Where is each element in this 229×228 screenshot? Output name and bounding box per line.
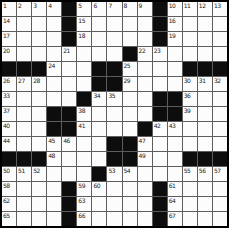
cell-r10c15[interactable]: [213, 137, 227, 151]
cell-r7c13[interactable]: 36: [183, 92, 197, 106]
cell-r3c10[interactable]: [138, 32, 152, 46]
cell-r2c2[interactable]: [17, 17, 31, 31]
clue-number: 26: [3, 77, 10, 84]
cell-r1c3[interactable]: 3: [32, 2, 46, 16]
cell-r3c12[interactable]: 19: [168, 32, 182, 46]
black-cell-r5c8: [107, 62, 121, 76]
cell-r10c1[interactable]: 44: [2, 137, 16, 151]
cell-r4c7[interactable]: [92, 47, 106, 61]
cell-r1c13[interactable]: 11: [183, 2, 197, 16]
cell-r13c10[interactable]: [138, 182, 152, 196]
cell-r14c12[interactable]: 64: [168, 197, 182, 211]
cell-r15c7[interactable]: [92, 212, 106, 226]
cell-r13c2[interactable]: [17, 182, 31, 196]
cell-r10c11[interactable]: [153, 137, 167, 151]
cell-r13c8[interactable]: [107, 182, 121, 196]
cell-r2c7[interactable]: [92, 17, 106, 31]
black-cell-r11c15: [213, 152, 227, 166]
clue-number: 24: [48, 62, 55, 69]
cell-r4c10[interactable]: 22: [138, 47, 152, 61]
cell-r2c9[interactable]: [123, 17, 137, 31]
clue-number: 21: [63, 47, 70, 54]
cell-r14c15[interactable]: [213, 197, 227, 211]
cell-r7c10[interactable]: [138, 92, 152, 106]
cell-r13c7[interactable]: 60: [92, 182, 106, 196]
clue-number: 18: [78, 32, 85, 39]
cell-r10c13[interactable]: [183, 137, 197, 151]
clue-number: 37: [3, 107, 10, 114]
clue-number: 65: [3, 212, 10, 219]
cell-r13c4[interactable]: [47, 182, 61, 196]
clue-number: 39: [184, 107, 191, 114]
cell-r14c6[interactable]: 63: [77, 197, 91, 211]
cell-r1c8[interactable]: 7: [107, 2, 121, 16]
cell-r6c9[interactable]: 29: [123, 77, 137, 91]
clue-number: 30: [184, 77, 191, 84]
cell-r14c7[interactable]: [92, 197, 106, 211]
cell-r14c14[interactable]: [198, 197, 212, 211]
black-cell-r6c7: [92, 77, 106, 91]
black-cell-r9c5: [62, 122, 76, 136]
cell-r13c13[interactable]: [183, 182, 197, 196]
black-cell-r8c11: [153, 107, 167, 121]
black-cell-r15c5: [62, 212, 76, 226]
cell-r7c3[interactable]: [32, 92, 46, 106]
cell-r12c2[interactable]: 51: [17, 167, 31, 181]
cell-r6c14[interactable]: 31: [198, 77, 212, 91]
cell-r3c13[interactable]: [183, 32, 197, 46]
cell-r9c14[interactable]: [198, 122, 212, 136]
cell-r4c12[interactable]: [168, 47, 182, 61]
cell-r15c14[interactable]: [198, 212, 212, 226]
clue-number: 54: [124, 167, 131, 174]
clue-number: 29: [124, 77, 131, 84]
clue-number: 57: [214, 167, 221, 174]
clue-number: 32: [214, 77, 221, 84]
cell-r9c2[interactable]: [17, 122, 31, 136]
cell-r11c7[interactable]: [92, 152, 106, 166]
cell-r3c7[interactable]: [92, 32, 106, 46]
black-cell-r3c5: [62, 32, 76, 46]
clue-number: 9: [139, 2, 142, 9]
cell-r14c9[interactable]: [123, 197, 137, 211]
cell-r5c5[interactable]: [62, 62, 76, 76]
clue-number: 67: [169, 212, 176, 219]
black-cell-r3c11: [153, 32, 167, 46]
black-cell-r4c9: [123, 47, 137, 61]
clue-number: 23: [154, 47, 161, 54]
cell-r8c10[interactable]: [138, 107, 152, 121]
cell-r12c6[interactable]: [77, 167, 91, 181]
cell-r3c1[interactable]: 17: [2, 32, 16, 46]
black-cell-r11c9: [123, 152, 137, 166]
cell-r9c8[interactable]: [107, 122, 121, 136]
cell-r12c12[interactable]: [168, 167, 182, 181]
clue-number: 17: [3, 32, 10, 39]
black-cell-r13c5: [62, 182, 76, 196]
black-cell-r5c15: [213, 62, 227, 76]
cell-r10c2[interactable]: [17, 137, 31, 151]
black-cell-r13c11: [153, 182, 167, 196]
clue-number: 42: [154, 122, 161, 129]
clue-number: 41: [78, 122, 85, 129]
clue-number: 62: [3, 197, 10, 204]
cell-r2c1[interactable]: 14: [2, 17, 16, 31]
cell-r14c3[interactable]: [32, 197, 46, 211]
cell-r2c6[interactable]: 15: [77, 17, 91, 31]
cell-r10c10[interactable]: 47: [138, 137, 152, 151]
black-cell-r1c11: [153, 2, 167, 16]
cell-r6c4[interactable]: [47, 77, 61, 91]
cell-r1c7[interactable]: 6: [92, 2, 106, 16]
cell-r13c1[interactable]: 58: [2, 182, 16, 196]
cell-r3c3[interactable]: [32, 32, 46, 46]
cell-r12c1[interactable]: 50: [2, 167, 16, 181]
cell-r2c13[interactable]: [183, 17, 197, 31]
cell-r7c1[interactable]: 33: [2, 92, 16, 106]
black-cell-r6c8: [107, 77, 121, 91]
cell-r6c13[interactable]: 30: [183, 77, 197, 91]
clue-number: 56: [199, 167, 206, 174]
cell-r2c15[interactable]: [213, 17, 227, 31]
cell-r4c8[interactable]: [107, 47, 121, 61]
cell-r15c12[interactable]: 67: [168, 212, 182, 226]
cell-r7c15[interactable]: [213, 92, 227, 106]
cell-r5c9[interactable]: 25: [123, 62, 137, 76]
cell-r11c10[interactable]: 49: [138, 152, 152, 166]
cell-r8c6[interactable]: 38: [77, 107, 91, 121]
clue-number: 22: [139, 47, 146, 54]
cell-r9c11[interactable]: 42: [153, 122, 167, 136]
black-cell-r11c13: [183, 152, 197, 166]
cell-r15c2[interactable]: [17, 212, 31, 226]
cell-r8c3[interactable]: [32, 107, 46, 121]
clue-number: 43: [169, 122, 176, 129]
clue-number: 1: [3, 2, 6, 9]
cell-r3c4[interactable]: [47, 32, 61, 46]
black-cell-r12c7: [92, 167, 106, 181]
clue-number: 2: [18, 2, 21, 9]
cell-r9c7[interactable]: [92, 122, 106, 136]
cell-r3c15[interactable]: [213, 32, 227, 46]
cell-r15c13[interactable]: [183, 212, 197, 226]
cell-r4c13[interactable]: [183, 47, 197, 61]
clue-number: 15: [78, 17, 85, 24]
black-cell-r15c11: [153, 212, 167, 226]
clue-number: 63: [78, 197, 85, 204]
black-cell-r7c11: [153, 92, 167, 106]
cell-r8c8[interactable]: [107, 107, 121, 121]
clue-number: 6: [93, 2, 96, 9]
cell-r6c1[interactable]: 26: [2, 77, 16, 91]
cell-r9c1[interactable]: 40: [2, 122, 16, 136]
cell-r7c4[interactable]: [47, 92, 61, 106]
clue-number: 48: [48, 152, 55, 159]
cell-r3c14[interactable]: [198, 32, 212, 46]
cell-r5c11[interactable]: [153, 62, 167, 76]
cell-r1c10[interactable]: 9: [138, 2, 152, 16]
clue-number: 10: [169, 2, 176, 9]
cell-r12c5[interactable]: [62, 167, 76, 181]
clue-number: 27: [18, 77, 25, 84]
cell-r1c6[interactable]: 5: [77, 2, 91, 16]
black-cell-r11c3: [32, 152, 46, 166]
cell-r4c1[interactable]: 20: [2, 47, 16, 61]
cell-r2c4[interactable]: [47, 17, 61, 31]
cell-r15c8[interactable]: [107, 212, 121, 226]
black-cell-r11c2: [17, 152, 31, 166]
cell-r3c2[interactable]: [17, 32, 31, 46]
black-cell-r2c11: [153, 17, 167, 31]
cell-r15c1[interactable]: 65: [2, 212, 16, 226]
cell-r10c12[interactable]: [168, 137, 182, 151]
clue-number: 38: [78, 107, 85, 114]
clue-number: 40: [3, 122, 10, 129]
cell-r1c14[interactable]: 12: [198, 2, 212, 16]
cell-r3c8[interactable]: [107, 32, 121, 46]
cell-r14c2[interactable]: [17, 197, 31, 211]
cell-r1c9[interactable]: 8: [123, 2, 137, 16]
cell-r1c1[interactable]: 1: [2, 2, 16, 16]
black-cell-r5c1: [2, 62, 16, 76]
black-cell-r5c3: [32, 62, 46, 76]
cell-r15c10[interactable]: [138, 212, 152, 226]
cell-r8c15[interactable]: [213, 107, 227, 121]
clue-number: 36: [184, 92, 191, 99]
cell-r7c5[interactable]: [62, 92, 76, 106]
cell-r1c12[interactable]: 10: [168, 2, 182, 16]
cell-r9c15[interactable]: [213, 122, 227, 136]
cell-r13c15[interactable]: [213, 182, 227, 196]
clue-number: 53: [108, 167, 115, 174]
cell-r6c6[interactable]: [77, 77, 91, 91]
cell-r2c3[interactable]: [32, 17, 46, 31]
black-cell-r5c2: [17, 62, 31, 76]
cell-r1c2[interactable]: 2: [17, 2, 31, 16]
black-cell-r1c5: [62, 2, 76, 16]
cell-r15c3[interactable]: [32, 212, 46, 226]
clue-number: 20: [3, 47, 10, 54]
cell-r7c7[interactable]: 34: [92, 92, 106, 106]
cell-r12c9[interactable]: 54: [123, 167, 137, 181]
cell-r8c13[interactable]: 39: [183, 107, 197, 121]
cell-r8c14[interactable]: [198, 107, 212, 121]
cell-r7c8[interactable]: 35: [107, 92, 121, 106]
clue-number: 28: [33, 77, 40, 84]
cell-r15c9[interactable]: [123, 212, 137, 226]
black-cell-r8c12: [168, 107, 182, 121]
clue-number: 60: [93, 182, 100, 189]
clue-number: 19: [169, 32, 176, 39]
cell-r4c14[interactable]: [198, 47, 212, 61]
clue-number: 4: [48, 2, 51, 9]
cell-r14c1[interactable]: 62: [2, 197, 16, 211]
cell-r10c4[interactable]: 45: [47, 137, 61, 151]
cell-r8c7[interactable]: [92, 107, 106, 121]
cell-r10c6[interactable]: [77, 137, 91, 151]
cell-r4c11[interactable]: 23: [153, 47, 167, 61]
cell-r8c1[interactable]: 37: [2, 107, 16, 121]
clue-number: 16: [169, 17, 176, 24]
black-cell-r5c7: [92, 62, 106, 76]
clue-number: 25: [124, 62, 131, 69]
cell-r7c14[interactable]: [198, 92, 212, 106]
cell-r9c3[interactable]: [32, 122, 46, 136]
clue-number: 7: [108, 2, 111, 9]
clue-number: 47: [139, 137, 146, 144]
cell-r9c13[interactable]: [183, 122, 197, 136]
black-cell-r9c4: [47, 122, 61, 136]
clue-number: 35: [108, 92, 115, 99]
cell-r15c15[interactable]: [213, 212, 227, 226]
cell-r4c3[interactable]: [32, 47, 46, 61]
cell-r11c12[interactable]: [168, 152, 182, 166]
cell-r4c4[interactable]: [47, 47, 61, 61]
black-cell-r14c5: [62, 197, 76, 211]
cell-r5c12[interactable]: [168, 62, 182, 76]
cell-r4c15[interactable]: [213, 47, 227, 61]
black-cell-r5c13: [183, 62, 197, 76]
black-cell-r7c6: [77, 92, 91, 106]
black-cell-r11c8: [107, 152, 121, 166]
clue-number: 64: [169, 197, 176, 204]
cell-r7c2[interactable]: [17, 92, 31, 106]
clue-number: 55: [184, 167, 191, 174]
cell-r2c10[interactable]: [138, 17, 152, 31]
cell-r6c12[interactable]: [168, 77, 182, 91]
clue-number: 49: [139, 152, 146, 159]
clue-number: 3: [33, 2, 36, 9]
clue-number: 34: [93, 92, 100, 99]
clue-number: 44: [3, 137, 10, 144]
cell-r9c9[interactable]: [123, 122, 137, 136]
black-cell-r2c5: [62, 17, 76, 31]
clue-number: 61: [169, 182, 176, 189]
cell-r5c6[interactable]: [77, 62, 91, 76]
cell-r9c12[interactable]: 43: [168, 122, 182, 136]
cell-r11c11[interactable]: [153, 152, 167, 166]
black-cell-r7c12: [168, 92, 182, 106]
cell-r12c3[interactable]: 52: [32, 167, 46, 181]
cell-r14c4[interactable]: [47, 197, 61, 211]
cell-r12c15[interactable]: 57: [213, 167, 227, 181]
cell-r14c13[interactable]: [183, 197, 197, 211]
clue-number: 45: [48, 137, 55, 144]
clue-number: 14: [3, 17, 10, 24]
clue-number: 52: [33, 167, 40, 174]
cell-r2c8[interactable]: [107, 17, 121, 31]
cell-r6c15[interactable]: 32: [213, 77, 227, 91]
black-cell-r14c11: [153, 197, 167, 211]
clue-number: 46: [63, 137, 70, 144]
cell-r11c6[interactable]: [77, 152, 91, 166]
black-cell-r5c14: [198, 62, 212, 76]
cell-r10c7[interactable]: [92, 137, 106, 151]
cell-r2c14[interactable]: [198, 17, 212, 31]
cell-r8c2[interactable]: [17, 107, 31, 121]
cell-r13c9[interactable]: [123, 182, 137, 196]
cell-r12c11[interactable]: [153, 167, 167, 181]
cell-r13c12[interactable]: 61: [168, 182, 182, 196]
cell-r7c9[interactable]: [123, 92, 137, 106]
cell-r8c9[interactable]: [123, 107, 137, 121]
cell-r4c5[interactable]: 21: [62, 47, 76, 61]
black-cell-r9c10: [138, 122, 152, 136]
cell-r10c5[interactable]: 46: [62, 137, 76, 151]
cell-r13c14[interactable]: [198, 182, 212, 196]
black-cell-r8c5: [62, 107, 76, 121]
clue-number: 8: [124, 2, 127, 9]
cell-r11c5[interactable]: [62, 152, 76, 166]
cell-r5c10[interactable]: [138, 62, 152, 76]
cell-r6c10[interactable]: [138, 77, 152, 91]
cell-r13c3[interactable]: [32, 182, 46, 196]
black-cell-r10c9: [123, 137, 137, 151]
cell-r13c6[interactable]: 59: [77, 182, 91, 196]
crossword-board: 1234567891011121314151617181920212223242…: [0, 0, 229, 228]
cell-r14c8[interactable]: [107, 197, 121, 211]
cell-r6c11[interactable]: [153, 77, 167, 91]
cell-r4c2[interactable]: [17, 47, 31, 61]
clue-number: 66: [78, 212, 85, 219]
cell-r12c10[interactable]: [138, 167, 152, 181]
cell-r4c6[interactable]: [77, 47, 91, 61]
cell-r12c14[interactable]: 56: [198, 167, 212, 181]
cell-r14c10[interactable]: [138, 197, 152, 211]
clue-number: 12: [199, 2, 206, 9]
clue-number: 58: [3, 182, 10, 189]
cell-r6c3[interactable]: 28: [32, 77, 46, 91]
black-cell-r11c1: [2, 152, 16, 166]
black-cell-r10c8: [107, 137, 121, 151]
clue-number: 13: [214, 2, 221, 9]
cell-r10c14[interactable]: [198, 137, 212, 151]
cell-r1c4[interactable]: 4: [47, 2, 61, 16]
cell-r1c15[interactable]: 13: [213, 2, 227, 16]
clue-number: 50: [3, 167, 10, 174]
cell-r5c4[interactable]: 24: [47, 62, 61, 76]
cell-r10c3[interactable]: [32, 137, 46, 151]
clue-number: 59: [78, 182, 85, 189]
black-cell-r8c4: [47, 107, 61, 121]
black-cell-r11c14: [198, 152, 212, 166]
cell-r3c6[interactable]: 18: [77, 32, 91, 46]
cell-r2c12[interactable]: 16: [168, 17, 182, 31]
clue-number: 33: [3, 92, 10, 99]
cell-r9c6[interactable]: 41: [77, 122, 91, 136]
cell-r11c4[interactable]: 48: [47, 152, 61, 166]
cell-r6c2[interactable]: 27: [17, 77, 31, 91]
cell-r3c9[interactable]: [123, 32, 137, 46]
clue-number: 11: [184, 2, 191, 9]
clue-number: 5: [78, 2, 81, 9]
cell-r12c4[interactable]: [47, 167, 61, 181]
cell-r6c5[interactable]: [62, 77, 76, 91]
cell-r12c8[interactable]: 53: [107, 167, 121, 181]
crossword-puzzle: 1234567891011121314151617181920212223242…: [0, 0, 229, 228]
cell-r12c13[interactable]: 55: [183, 167, 197, 181]
cell-r15c4[interactable]: [47, 212, 61, 226]
cell-r15c6[interactable]: 66: [77, 212, 91, 226]
clue-number: 31: [199, 77, 206, 84]
clue-number: 51: [18, 167, 25, 174]
